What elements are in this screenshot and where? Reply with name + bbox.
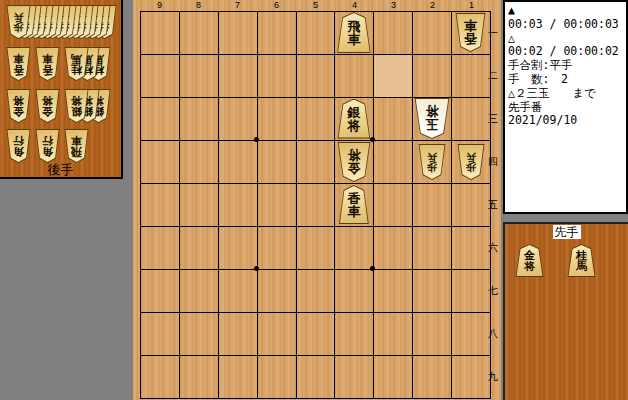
board-square[interactable] [297, 356, 336, 399]
board-square[interactable] [180, 313, 219, 356]
koma-rook[interactable]: 飛車 [64, 129, 89, 163]
board-square[interactable] [141, 313, 180, 356]
file-label: 1 [452, 0, 491, 11]
board-square[interactable] [219, 184, 258, 227]
board-square[interactable] [413, 98, 452, 141]
board-square[interactable] [297, 313, 336, 356]
board-square[interactable] [374, 12, 413, 55]
right-panel: ▲ 00:03 / 00:00:03 △ 00:02 / 00:00:02 手合… [502, 0, 628, 400]
file-label: 7 [218, 0, 257, 11]
board-square[interactable] [219, 12, 258, 55]
board-square[interactable] [452, 227, 491, 270]
board-square[interactable] [141, 356, 180, 399]
board-square[interactable] [219, 227, 258, 270]
koma-gold[interactable]: 金将 [515, 244, 544, 277]
board-square[interactable] [180, 141, 219, 184]
board-square[interactable] [335, 55, 374, 98]
board-square[interactable] [258, 227, 297, 270]
board-square[interactable] [452, 313, 491, 356]
koma-knight[interactable]: 桂馬 [567, 244, 596, 277]
board-square[interactable] [297, 12, 336, 55]
board-square[interactable] [219, 141, 258, 184]
board-square[interactable] [413, 270, 452, 313]
board-square[interactable] [258, 141, 297, 184]
board-square[interactable] [335, 141, 374, 184]
board-square[interactable] [335, 98, 374, 141]
board-square[interactable] [180, 356, 219, 399]
board-square[interactable] [413, 141, 452, 184]
gote-mark: △ [508, 32, 626, 46]
board-square[interactable] [335, 270, 374, 313]
koma-gold[interactable]: 金将 [6, 89, 31, 123]
board-square[interactable] [219, 98, 258, 141]
board-grid [140, 11, 491, 399]
board-square[interactable] [413, 356, 452, 399]
board-square[interactable] [452, 98, 491, 141]
board-area: 987654321 一二三四五六七八九 飛車香車銀将玉将金将歩兵歩兵香車 [133, 0, 501, 400]
board-square[interactable] [335, 313, 374, 356]
board-square[interactable] [297, 55, 336, 98]
board-square[interactable] [335, 227, 374, 270]
file-label: 6 [257, 0, 296, 11]
board-square[interactable] [258, 313, 297, 356]
board-square[interactable] [413, 227, 452, 270]
board-square[interactable] [219, 313, 258, 356]
board-square[interactable] [258, 98, 297, 141]
board-square[interactable] [180, 12, 219, 55]
board-square[interactable] [141, 98, 180, 141]
board-square[interactable] [374, 55, 413, 98]
board-square[interactable] [413, 55, 452, 98]
board-square[interactable] [452, 270, 491, 313]
board-square[interactable] [374, 313, 413, 356]
board-square[interactable] [374, 184, 413, 227]
koma-lance[interactable]: 香車 [35, 47, 60, 81]
file-labels: 987654321 [140, 0, 491, 11]
board-square[interactable] [335, 356, 374, 399]
board-square[interactable] [141, 141, 180, 184]
board-square[interactable] [374, 356, 413, 399]
koma-bishop[interactable]: 角行 [35, 129, 60, 163]
gote-label: 後手 [0, 162, 121, 177]
file-label: 2 [413, 0, 452, 11]
board-square[interactable] [141, 12, 180, 55]
sente-hand-tray: 先手 金将桂馬 [503, 222, 628, 400]
board-square[interactable] [452, 141, 491, 184]
shogi-app: 歩兵歩兵歩兵歩兵歩兵歩兵歩兵歩兵歩兵歩兵歩兵歩兵歩兵歩兵歩兵歩兵香車香車桂馬桂馬… [0, 0, 628, 400]
file-label: 4 [335, 0, 374, 11]
gote-clock: 00:02 / 00:00:02 [508, 45, 626, 59]
board-square[interactable] [219, 270, 258, 313]
board-square[interactable] [374, 270, 413, 313]
file-label: 8 [179, 0, 218, 11]
board-square[interactable] [219, 356, 258, 399]
board-square[interactable] [141, 227, 180, 270]
board-square[interactable] [335, 12, 374, 55]
sente-clock: 00:03 / 00:00:03 [508, 18, 626, 32]
sente-mark: ▲ [508, 4, 626, 18]
move-count: 手 数: 2 [508, 73, 626, 87]
board-square[interactable] [258, 184, 297, 227]
board-square[interactable] [374, 141, 413, 184]
board-square[interactable] [141, 55, 180, 98]
board-square[interactable] [258, 12, 297, 55]
file-label: 3 [374, 0, 413, 11]
gote-hand-tray: 歩兵歩兵歩兵歩兵歩兵歩兵歩兵歩兵歩兵歩兵歩兵歩兵歩兵歩兵歩兵歩兵香車香車桂馬桂馬… [0, 0, 123, 179]
game-info-panel: ▲ 00:03 / 00:00:03 △ 00:02 / 00:00:02 手合… [503, 0, 628, 214]
board-square[interactable] [141, 184, 180, 227]
file-label: 9 [140, 0, 179, 11]
board-square[interactable] [180, 270, 219, 313]
sente-hand-pieces: 金将桂馬 [505, 224, 628, 400]
koma-bishop[interactable]: 角行 [6, 129, 31, 163]
file-label: 5 [296, 0, 335, 11]
board-square[interactable] [258, 356, 297, 399]
handicap-label: 手合割:平手 [508, 59, 626, 73]
star-point [254, 137, 259, 142]
board-square[interactable] [297, 270, 336, 313]
board-square[interactable] [452, 55, 491, 98]
star-point [254, 266, 259, 271]
board-square[interactable] [180, 227, 219, 270]
board-square[interactable] [180, 55, 219, 98]
koma-gold[interactable]: 金将 [35, 89, 60, 123]
board-square[interactable] [413, 12, 452, 55]
star-point [370, 137, 375, 142]
board-square[interactable] [452, 184, 491, 227]
board-square[interactable] [413, 313, 452, 356]
board-square[interactable] [413, 184, 452, 227]
board-square[interactable] [180, 98, 219, 141]
gote-hand-pieces: 歩兵歩兵歩兵歩兵歩兵歩兵歩兵歩兵歩兵歩兵歩兵歩兵歩兵歩兵歩兵歩兵香車香車桂馬桂馬… [0, 0, 121, 177]
board-square[interactable] [219, 55, 258, 98]
board-square[interactable] [180, 184, 219, 227]
board-square[interactable] [258, 270, 297, 313]
game-date: 2021/09/10 [508, 114, 626, 128]
board-square[interactable] [452, 12, 491, 55]
koma-lance[interactable]: 香車 [6, 47, 31, 81]
board-square[interactable] [374, 98, 413, 141]
last-move-label: △２三玉 まで [508, 87, 626, 101]
turn-indicator: 先手番 [508, 101, 626, 115]
board-square[interactable] [297, 98, 336, 141]
board-square[interactable] [452, 356, 491, 399]
board-square[interactable] [335, 184, 374, 227]
board-square[interactable] [374, 227, 413, 270]
board-square[interactable] [141, 270, 180, 313]
star-point [370, 266, 375, 271]
board-square[interactable] [297, 141, 336, 184]
board-square[interactable] [258, 55, 297, 98]
board-square[interactable] [297, 227, 336, 270]
board-square[interactable] [297, 184, 336, 227]
